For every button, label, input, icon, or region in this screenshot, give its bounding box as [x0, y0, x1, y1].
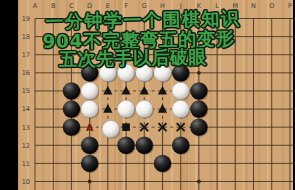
col-label-H: H	[160, 2, 165, 10]
row-label-14: 14	[22, 105, 30, 113]
star-point-K10	[197, 180, 201, 184]
triangle-marker-H14	[158, 104, 167, 113]
col-label-C: C	[69, 2, 74, 10]
white-stone-D14	[81, 100, 98, 117]
col-label-N: N	[251, 2, 256, 10]
col-label-E: E	[106, 2, 110, 10]
triangle-marker-F15	[121, 86, 130, 95]
black-stone-K15	[190, 82, 207, 99]
row-label-19: 19	[22, 15, 30, 23]
go-board-svg[interactable]: ABCDEFGHJKLMNOP19181716151413121110 A	[0, 0, 295, 190]
black-stone-C14	[63, 100, 80, 117]
black-stone-K14	[190, 100, 207, 117]
black-stone-D12	[81, 137, 98, 154]
black-stone-J16	[172, 64, 189, 81]
star-point-D10	[88, 180, 92, 184]
row-label-12: 12	[22, 142, 30, 150]
white-stone-G14	[136, 100, 153, 117]
row-label-17: 17	[22, 51, 30, 59]
white-stone-E16	[99, 64, 116, 81]
white-stone-E13	[102, 120, 119, 137]
col-label-M: M	[233, 2, 239, 10]
white-stone-F14	[117, 100, 134, 117]
row-label-11: 11	[22, 160, 30, 168]
black-stone-C13	[63, 118, 80, 135]
col-label-P: P	[288, 2, 292, 10]
square-marker-F13	[122, 123, 130, 131]
black-stone-D11	[81, 155, 98, 172]
row-label-10: 10	[22, 178, 30, 186]
col-label-K: K	[197, 2, 202, 10]
triangle-marker-H15	[158, 86, 167, 95]
col-label-F: F	[124, 2, 128, 10]
white-stone-D15	[81, 82, 98, 99]
stones-layer	[63, 64, 209, 173]
col-label-D: D	[87, 2, 92, 10]
black-stone-D16	[81, 64, 98, 81]
black-stone-H11	[154, 155, 171, 172]
white-stone-F16	[117, 64, 134, 81]
row-label-13: 13	[22, 124, 30, 132]
white-stone-J14	[172, 100, 189, 117]
letter-marker-D13: A	[86, 122, 94, 133]
row-label-18: 18	[22, 33, 30, 41]
star-point-K16	[197, 71, 201, 75]
white-stone-J15	[172, 82, 189, 99]
col-label-L: L	[215, 2, 219, 10]
col-label-G: G	[142, 2, 147, 10]
black-stone-G12	[136, 137, 153, 154]
black-stone-K13	[190, 118, 207, 135]
white-stone-G16	[136, 64, 153, 81]
row-label-15: 15	[22, 87, 30, 95]
triangle-marker-E15	[103, 86, 112, 95]
col-label-B: B	[51, 2, 55, 10]
col-label-O: O	[269, 2, 274, 10]
row-label-16: 16	[22, 69, 30, 77]
black-stone-F12	[117, 137, 134, 154]
triangle-marker-G15	[140, 86, 149, 95]
white-stone-H16	[154, 64, 171, 81]
black-stone-C15	[63, 82, 80, 99]
black-stone-J12	[172, 137, 189, 154]
col-label-J: J	[179, 2, 182, 10]
video-frame: ABCDEFGHJKLMNOP19181716151413121110 A 一分…	[0, 0, 295, 190]
triangle-marker-E14	[103, 104, 112, 113]
col-label-A: A	[33, 2, 38, 10]
